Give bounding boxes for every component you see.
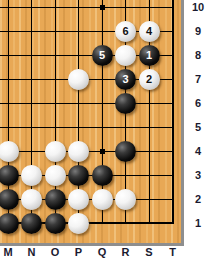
white-stone-q2[interactable] bbox=[92, 189, 113, 210]
black-stone-r7-move-3[interactable]: 3 bbox=[115, 69, 136, 90]
white-stone-o4[interactable] bbox=[45, 141, 66, 162]
column-label-t: T bbox=[165, 246, 181, 260]
row-label-7: 7 bbox=[184, 72, 212, 86]
row-label-1: 1 bbox=[184, 216, 212, 230]
column-label-r: R bbox=[118, 246, 134, 260]
go-board[interactable]: 645132 bbox=[0, 0, 184, 246]
white-stone-s7-move-2[interactable]: 2 bbox=[139, 69, 160, 90]
black-stone-p3[interactable] bbox=[68, 165, 89, 186]
row-label-8: 8 bbox=[184, 48, 212, 62]
move-number-label: 5 bbox=[99, 45, 105, 66]
move-number-label: 2 bbox=[146, 69, 152, 90]
white-stone-m4[interactable] bbox=[0, 141, 19, 162]
black-stone-m1[interactable] bbox=[0, 213, 19, 234]
column-coordinate-strip: MNOPQRST bbox=[0, 246, 212, 260]
row-label-4: 4 bbox=[184, 144, 212, 158]
column-label-o: O bbox=[47, 246, 63, 260]
white-stone-p7[interactable] bbox=[68, 69, 89, 90]
move-number-label: 4 bbox=[146, 21, 152, 42]
white-stone-r9-move-6[interactable]: 6 bbox=[115, 21, 136, 42]
black-stone-q3[interactable] bbox=[92, 165, 113, 186]
white-stone-p1[interactable] bbox=[68, 213, 89, 234]
row-label-6: 6 bbox=[184, 96, 212, 110]
white-stone-o3[interactable] bbox=[45, 165, 66, 186]
board-grid[interactable]: 645132 bbox=[0, 0, 184, 235]
black-stone-r4[interactable] bbox=[115, 141, 136, 162]
white-stone-s9-move-4[interactable]: 4 bbox=[139, 21, 160, 42]
row-label-5: 5 bbox=[184, 120, 212, 134]
black-stone-r6[interactable] bbox=[115, 93, 136, 114]
black-stone-s8-move-1[interactable]: 1 bbox=[139, 45, 160, 66]
go-diagram: 645132 10987654321 MNOPQRST bbox=[0, 0, 212, 260]
row-label-3: 3 bbox=[184, 168, 212, 182]
row-label-10: 10 bbox=[184, 0, 212, 14]
white-stone-n3[interactable] bbox=[21, 165, 42, 186]
move-number-label: 1 bbox=[146, 45, 152, 66]
black-stone-q8-move-5[interactable]: 5 bbox=[92, 45, 113, 66]
black-stone-o2[interactable] bbox=[45, 189, 66, 210]
row-label-2: 2 bbox=[184, 192, 212, 206]
column-label-q: Q bbox=[94, 246, 110, 260]
white-stone-n2[interactable] bbox=[21, 189, 42, 210]
black-stone-o1[interactable] bbox=[45, 213, 66, 234]
black-stone-m3[interactable] bbox=[0, 165, 19, 186]
column-label-m: M bbox=[0, 246, 16, 260]
black-stone-m2[interactable] bbox=[0, 189, 19, 210]
move-number-label: 3 bbox=[122, 69, 128, 90]
white-stone-p2[interactable] bbox=[68, 189, 89, 210]
row-coordinate-strip: 10987654321 bbox=[184, 0, 212, 246]
column-label-s: S bbox=[141, 246, 157, 260]
move-number-label: 6 bbox=[122, 21, 128, 42]
column-label-p: P bbox=[71, 246, 87, 260]
white-stone-p4[interactable] bbox=[68, 141, 89, 162]
column-label-n: N bbox=[24, 246, 40, 260]
white-stone-r8[interactable] bbox=[115, 45, 136, 66]
row-label-9: 9 bbox=[184, 24, 212, 38]
black-stone-n1[interactable] bbox=[21, 213, 42, 234]
white-stone-r2[interactable] bbox=[115, 189, 136, 210]
